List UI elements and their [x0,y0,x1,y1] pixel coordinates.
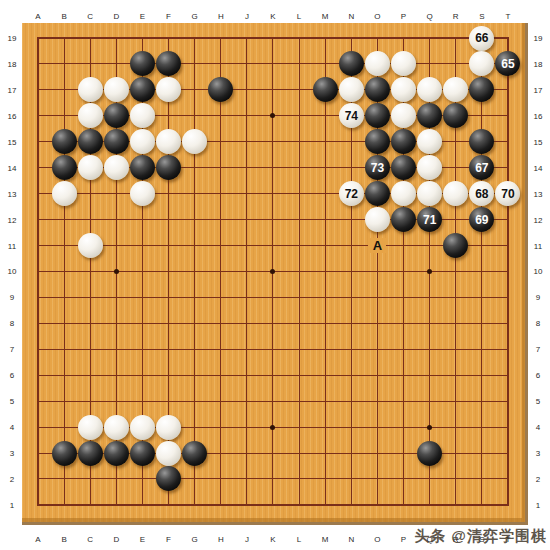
column-label-top: C [87,12,93,21]
white-stone-C11 [78,233,103,258]
column-label-top: N [348,12,354,21]
white-stone-N13: 72 [339,181,364,206]
black-stone-B15 [52,129,77,154]
column-label-bottom: O [374,535,380,544]
row-label-right: 14 [534,163,543,172]
row-label-right: 11 [534,241,542,250]
row-label-left: 1 [10,500,14,509]
grid-line-horizontal [38,245,508,246]
black-stone-O15 [365,129,390,154]
row-label-left: 16 [8,111,17,120]
black-stone-B3 [52,441,77,466]
column-label-bottom: Q [427,535,433,544]
column-label-bottom: G [192,535,198,544]
white-stone-N16: 74 [339,103,364,128]
row-label-right: 2 [536,474,540,483]
column-label-top: Q [427,12,433,21]
black-stone-O14: 73 [365,155,390,180]
row-label-right: 13 [534,189,543,198]
black-stone-C3 [78,441,103,466]
row-label-left: 8 [10,319,14,328]
black-stone-E14 [130,155,155,180]
row-label-left: 14 [8,163,17,172]
white-stone-S19: 66 [469,26,494,51]
white-stone-E4 [130,415,155,440]
column-label-top: M [322,12,329,21]
white-stone-C16 [78,103,103,128]
row-label-right: 19 [534,34,543,43]
row-label-left: 3 [10,449,14,458]
row-label-left: 17 [8,85,17,94]
row-label-left: 12 [8,215,17,224]
black-stone-T18: 65 [495,51,520,76]
grid-line-horizontal [38,349,508,350]
white-stone-P13 [391,181,416,206]
column-label-bottom: C [87,535,93,544]
column-label-top: B [61,12,66,21]
row-label-left: 4 [10,423,14,432]
row-label-right: 18 [534,59,543,68]
page: 66657473677268707169A 头条 @清弈学围棋 AABBCCDD… [0,0,550,550]
white-stone-F4 [156,415,181,440]
row-label-right: 7 [536,345,540,354]
row-label-left: 2 [10,474,14,483]
row-label-right: 4 [536,423,540,432]
column-label-bottom: B [61,535,66,544]
column-label-top: K [270,12,275,21]
column-label-top: O [374,12,380,21]
column-label-bottom: R [453,535,459,544]
black-stone-E3 [130,441,155,466]
column-label-bottom: J [245,535,249,544]
black-stone-D15 [104,129,129,154]
row-label-right: 16 [534,111,543,120]
row-label-left: 11 [8,241,16,250]
row-label-left: 6 [10,371,14,380]
row-label-right: 6 [536,371,540,380]
row-label-right: 9 [536,293,540,302]
column-label-top: E [140,12,145,21]
row-label-right: 8 [536,319,540,328]
column-label-top: D [113,12,119,21]
column-label-bottom: K [270,535,275,544]
point-label-A: A [368,238,386,253]
row-label-left: 15 [8,137,17,146]
column-label-bottom: D [113,535,119,544]
row-label-left: 19 [8,34,17,43]
white-stone-C4 [78,415,103,440]
black-stone-M17 [313,77,338,102]
black-stone-D3 [104,441,129,466]
black-stone-P12 [391,207,416,232]
row-label-left: 10 [8,267,17,276]
row-label-right: 1 [536,500,540,509]
grid-line-horizontal [38,401,508,402]
column-label-bottom: M [322,535,329,544]
star-point [427,425,432,430]
row-label-right: 17 [534,85,543,94]
black-stone-O13 [365,181,390,206]
black-stone-G3 [182,441,207,466]
column-label-bottom: T [506,535,511,544]
column-label-bottom: F [166,535,171,544]
black-stone-D16 [104,103,129,128]
row-label-left: 13 [8,189,17,198]
column-label-bottom: H [218,535,224,544]
white-stone-C14 [78,155,103,180]
row-label-right: 12 [534,215,543,224]
column-label-top: L [297,12,301,21]
grid-line-horizontal [38,375,508,376]
row-label-left: 7 [10,345,14,354]
white-stone-O12 [365,207,390,232]
grid-line-horizontal [38,63,508,64]
column-label-bottom: E [140,535,145,544]
black-stone-Q3 [417,441,442,466]
grid-line-horizontal [38,478,508,479]
row-label-left: 9 [10,293,14,302]
white-stone-B13 [52,181,77,206]
black-stone-C15 [78,129,103,154]
star-point [114,269,119,274]
white-stone-D14 [104,155,129,180]
go-board: 66657473677268707169A [22,23,528,525]
column-label-top: H [218,12,224,21]
column-label-top: A [35,12,40,21]
row-label-right: 10 [534,267,543,276]
column-label-bottom: P [401,535,406,544]
black-stone-B14 [52,155,77,180]
row-label-right: 3 [536,449,540,458]
row-label-right: 5 [536,397,540,406]
grid-line-horizontal [38,323,508,324]
row-label-left: 18 [8,59,17,68]
white-stone-C17 [78,77,103,102]
white-stone-T13: 70 [495,181,520,206]
column-label-top: P [401,12,406,21]
column-label-top: F [166,12,171,21]
column-label-top: J [245,12,249,21]
column-label-bottom: A [35,535,40,544]
column-label-top: T [506,12,511,21]
grid-line-horizontal [38,297,508,298]
white-stone-F3 [156,441,181,466]
column-label-bottom: S [479,535,484,544]
row-label-right: 15 [534,137,543,146]
row-label-left: 5 [10,397,14,406]
column-label-bottom: N [348,535,354,544]
column-label-bottom: L [297,535,301,544]
white-stone-D4 [104,415,129,440]
column-label-top: R [453,12,459,21]
column-label-top: G [192,12,198,21]
column-label-top: S [479,12,484,21]
white-stone-E13 [130,181,155,206]
